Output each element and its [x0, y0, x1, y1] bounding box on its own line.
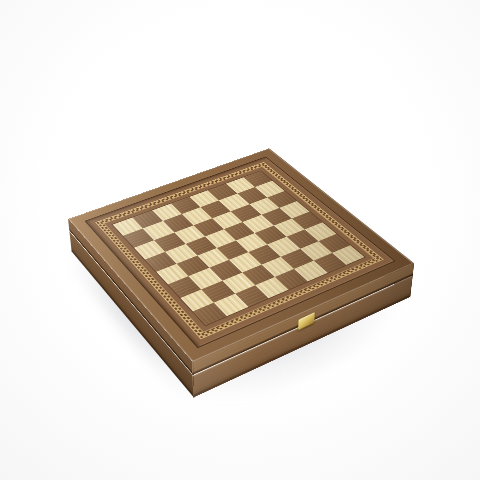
perspective-scene: [0, 0, 480, 480]
chess-box: [72, 180, 410, 398]
brass-clasp: [298, 312, 314, 330]
studio-background: [0, 0, 480, 480]
